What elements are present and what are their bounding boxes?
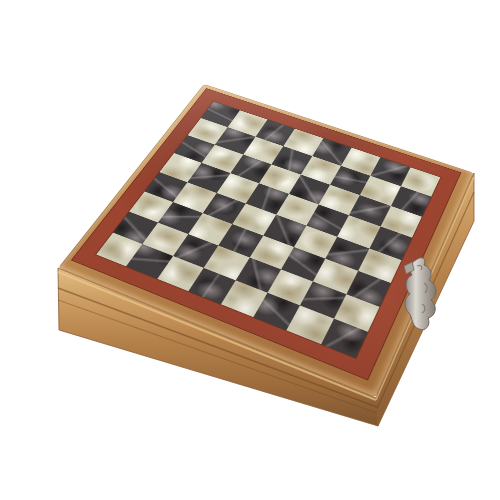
metal-clasp-icon <box>400 252 448 344</box>
product-photo <box>0 0 500 500</box>
